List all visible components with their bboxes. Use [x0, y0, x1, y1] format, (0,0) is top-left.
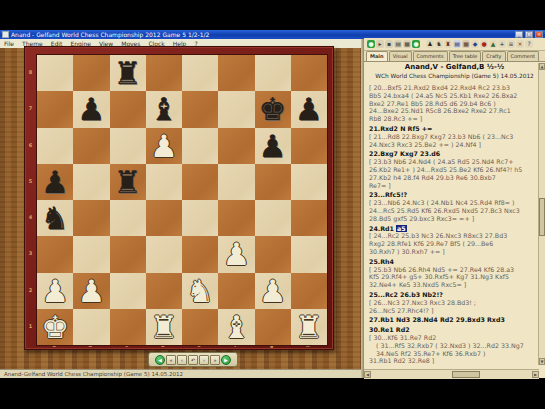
square-a2[interactable]: ♟ [37, 273, 73, 309]
square-a5[interactable]: ♟ [37, 164, 73, 200]
rank-labels: 87654321 [25, 54, 36, 344]
status-bar: Anand-Gelfand World Chess Championship (… [0, 369, 361, 378]
square-h4[interactable] [291, 200, 327, 236]
square-c2[interactable] [110, 273, 146, 309]
variation-moves[interactable]: [ 26...Nc3 27.Nxc3 Rxc3 28.Bd3! ; [369, 299, 538, 307]
square-d3[interactable] [146, 236, 182, 272]
horizontal-scroll-thumb[interactable] [452, 371, 480, 378]
square-c5[interactable]: ♜ [110, 164, 146, 200]
game-header: Anand,V - Gelfand,B ½-½ WCh World Chess … [364, 63, 545, 80]
notation-text: [ 20...Bxf5 21.Rxd2 Bxd4 22.Rxd4 Rc2 23.… [369, 84, 538, 365]
scroll-left-icon[interactable]: ◀ [364, 371, 371, 378]
square-e8[interactable] [182, 55, 218, 91]
save-game-icon[interactable]: ▪ [385, 40, 393, 48]
close-button[interactable]: × [535, 31, 543, 38]
chess-program-window: Anand - Gelfand World Chess Championship… [0, 0, 545, 409]
square-e4[interactable] [182, 200, 218, 236]
menu-item-file[interactable]: File [0, 40, 18, 48]
square-g6[interactable]: ♟ [255, 128, 291, 164]
square-d8[interactable] [146, 55, 182, 91]
square-f2[interactable] [218, 273, 254, 309]
square-f6[interactable] [218, 128, 254, 164]
variation-moves[interactable]: [ 24...Rc2 25.b3 Nc3 26.Nxc3 R8xc3 27.Bd… [369, 232, 538, 240]
square-a1[interactable]: ♚ [37, 309, 73, 345]
current-move-highlight[interactable]: a5 [396, 225, 407, 232]
square-a4[interactable]: ♞ [37, 200, 73, 236]
nav-back-button[interactable]: ‹ [177, 355, 187, 365]
variation-moves[interactable]: Kf5 29.Rf4+ g5+ 30.Rxf5+ Kg7 31.Ng3 Kxf5 [369, 273, 538, 281]
variation-moves[interactable]: 31.Rb1 Rd2 32.Re8 ] [369, 357, 538, 365]
square-d4[interactable] [146, 200, 182, 236]
variation-moves[interactable]: 30.Rxh7 ) 30.Rxh7 += ] [369, 248, 538, 256]
add-variation-icon[interactable]: + [498, 40, 506, 48]
copy-icon[interactable]: ▦ [403, 40, 411, 48]
square-a6[interactable] [37, 128, 73, 164]
board-pane: 87654321 abcdefgh ♜♟♝♚♟♟♟♟♜♞♟♟♟♞♟♚♜♝♜ ◀«… [0, 48, 361, 378]
application-window: Anand - Gelfand World Chess Championship… [0, 30, 545, 378]
variation-moves[interactable]: [ 21...Rd8 22.Bxg7 Kxg7 23.b3 Nb6 ( 23..… [369, 133, 538, 141]
square-f8[interactable] [218, 55, 254, 91]
square-d6[interactable]: ♟ [146, 128, 182, 164]
engine-icon[interactable]: ◆ [471, 40, 479, 48]
variation-moves[interactable]: 24...Bxe2 25.Nd1 R5c8 26.Bxe2 Rxe2 27.Rc… [369, 107, 538, 115]
square-g8[interactable] [255, 55, 291, 91]
square-h5[interactable] [291, 164, 327, 200]
open-game-icon[interactable]: ▸ [376, 40, 384, 48]
mainline-moves[interactable]: 27.Rb1 Nd3 28.Nd4 Rd2 29.Bxd3 Rxd3 [369, 316, 538, 324]
square-g7[interactable]: ♚ [255, 91, 291, 127]
print-icon[interactable]: ▤ [394, 40, 402, 48]
variation-moves[interactable]: 32.Ne4+ Ke5 33.Nxd5 Rxc5= ] [369, 281, 538, 289]
square-h3[interactable] [291, 236, 327, 272]
variation-moves[interactable]: 34.Ne5 Rf2 35.Re7+ Kf6 36.Rxb7 ) [369, 350, 538, 358]
mainline-moves[interactable]: 24.Rd1 a5 [369, 225, 538, 233]
variation-moves[interactable]: 24.Nxc3 Rxc3 25.Be2 += ) 24.Nf4 ] [369, 141, 538, 149]
lines-icon[interactable]: ≡ [507, 40, 515, 48]
nav-first-move-button[interactable]: « [166, 355, 176, 365]
scroll-down-icon[interactable]: ▼ [539, 358, 545, 365]
square-e6[interactable] [182, 128, 218, 164]
variation-moves[interactable]: 28.Bd5 gxf5 29.bxc3 Rxc3= =+ ] [369, 215, 538, 223]
white-bishop[interactable]: ♝ [222, 309, 250, 345]
square-c6[interactable] [110, 128, 146, 164]
notation-pane: ●▸▪▤▦●♟♞♜▤▦◆●▲+≡×? MainVisualCommentsTre… [364, 38, 545, 378]
square-b8[interactable] [73, 55, 109, 91]
mainline-moves[interactable]: 25.Rh4 [369, 258, 538, 266]
move-navigation-bar: ◀«‹↶›»▶ [148, 352, 238, 367]
square-h1[interactable]: ♜ [291, 309, 327, 345]
nav-takeback-green-button[interactable]: ◀ [155, 355, 165, 365]
square-h2[interactable] [291, 273, 327, 309]
letterbox-bottom [0, 378, 545, 409]
square-c1[interactable] [110, 309, 146, 345]
square-e1[interactable] [182, 309, 218, 345]
variation-moves[interactable]: Bxe2 27.Re1 Bb5 28.Rd5 d6 29.b4 Bc6 ) [369, 100, 538, 108]
game-event-date: WCh World Chess Championship (Game 5) 14… [364, 72, 545, 80]
rank-label-3: 3 [25, 235, 36, 271]
mainline-moves[interactable]: 22.Bxg7 Kxg7 23.d6 [369, 150, 538, 158]
rank-label-7: 7 [25, 90, 36, 126]
board-frame: 87654321 abcdefgh ♜♟♝♚♟♟♟♟♜♞♟♟♟♞♟♚♜♝♜ [24, 46, 334, 350]
refresh-icon[interactable]: ● [412, 40, 420, 48]
black-knight[interactable]: ♞ [41, 200, 69, 236]
variation-moves[interactable]: [ 23...Nb6 24.Nc3 ( 24.Nb1 Nc4 25.Rd4 Rf… [369, 199, 538, 207]
square-f7[interactable] [218, 91, 254, 127]
black-pawn[interactable]: ♟ [41, 164, 69, 200]
variation-moves[interactable]: Re7= ] [369, 182, 538, 190]
rank-label-4: 4 [25, 199, 36, 235]
square-b3[interactable] [73, 236, 109, 272]
chess-board[interactable]: ♜♟♝♚♟♟♟♟♜♞♟♟♟♞♟♚♜♝♜ [36, 54, 328, 346]
variation-moves[interactable]: [ 23.b3 Nb6 24.Nd4 ( 24.a5 Rd5 25.Nd4 Rc… [369, 158, 538, 166]
square-b2[interactable]: ♟ [73, 273, 109, 309]
rank-label-6: 6 [25, 127, 36, 163]
rank-label-1: 1 [25, 308, 36, 344]
square-e7[interactable] [182, 91, 218, 127]
white-pawn[interactable]: ♟ [259, 273, 287, 309]
letterbox-top [0, 0, 545, 30]
tab-tree-table[interactable]: Tree table [449, 51, 482, 61]
variation-moves[interactable]: [ 25.b3 Nb6 26.Rh4 Nd5 += 27.Re4 Kf6 28.… [369, 266, 538, 274]
white-pawn[interactable]: ♟ [222, 236, 250, 272]
tab-comments[interactable]: Comments [413, 51, 448, 61]
square-a8[interactable] [37, 55, 73, 91]
square-f3[interactable]: ♟ [218, 236, 254, 272]
tab-comment[interactable]: Comment [507, 51, 540, 61]
square-b5[interactable] [73, 164, 109, 200]
new-board-icon[interactable]: ● [367, 40, 375, 48]
square-d5[interactable] [146, 164, 182, 200]
variation-moves[interactable]: Rxg2 28.Rfe1 Kf6 29.Re7 Bf5 ( 29...Be6 [369, 240, 538, 248]
square-g1[interactable] [255, 309, 291, 345]
help-icon[interactable]: ? [525, 40, 533, 48]
panel-toolbar: ●▸▪▤▦●♟♞♜▤▦◆●▲+≡×? [364, 38, 545, 51]
delete-icon[interactable]: × [516, 40, 524, 48]
variation-moves[interactable]: ( 31...Rf5 32.Rxb7 ( 32.Nxd3 ) 32...Rd2 … [369, 342, 538, 350]
square-g5[interactable] [255, 164, 291, 200]
square-f5[interactable] [218, 164, 254, 200]
square-b4[interactable] [73, 200, 109, 236]
white-pawn[interactable]: ♟ [41, 273, 69, 309]
variation-moves[interactable]: [ 20...Bxf5 21.Rxd2 Bxd4 22.Rxd4 Rc2 23.… [369, 84, 538, 92]
white-king[interactable]: ♚ [41, 309, 69, 345]
vertical-scrollbar[interactable]: ▲ ▼ [538, 63, 545, 365]
knight-analysis-icon[interactable]: ♞ [435, 40, 443, 48]
notation-list-icon[interactable]: ▤ [453, 40, 461, 48]
black-rook[interactable]: ♜ [114, 55, 142, 91]
square-a3[interactable] [37, 236, 73, 272]
tab-crafty[interactable]: Crafty [482, 51, 505, 61]
square-h7[interactable]: ♟ [291, 91, 327, 127]
black-pawn[interactable]: ♟ [295, 91, 323, 127]
black-pawn[interactable]: ♟ [259, 128, 287, 164]
black-bishop[interactable]: ♝ [150, 91, 178, 127]
minimize-button[interactable]: _ [515, 31, 523, 38]
square-a7[interactable] [37, 91, 73, 127]
variation-moves[interactable]: 26...Nc5 27.Rhc4!? ] [369, 307, 538, 315]
mainline-moves[interactable]: 23...Rfc5!? [369, 191, 538, 199]
variation-moves[interactable]: 27.Kb2 h4 28.f4 Rd4 29.b3 Re6 30.Bxb7 [369, 174, 538, 182]
variation-moves[interactable]: [ 30...Kf6 31.Re7 Rd2 [369, 334, 538, 342]
black-pawn[interactable]: ♟ [77, 91, 105, 127]
nav-forward-button[interactable]: › [199, 355, 209, 365]
square-b6[interactable] [73, 128, 109, 164]
variation-moves[interactable]: 26.Kb2 Re1+ ) 24...Rxd5 25.Be2 Kf6 26.Nf… [369, 166, 538, 174]
rank-label-5: 5 [25, 163, 36, 199]
maximize-button[interactable]: □ [525, 31, 533, 38]
panel-tabs: MainVisualCommentsTree tableCraftyCommen… [364, 51, 545, 62]
app-icon [2, 31, 9, 38]
square-e5[interactable] [182, 164, 218, 200]
scroll-up-icon[interactable]: ▲ [539, 63, 545, 70]
rank-label-8: 8 [25, 54, 36, 90]
black-king[interactable]: ♚ [259, 91, 287, 127]
square-c7[interactable] [110, 91, 146, 127]
horizontal-scrollbar[interactable]: ◀ ▶ [364, 369, 539, 379]
mainline-moves[interactable]: 21.Rxd2 N Rf5 += [369, 125, 538, 133]
game-players-result: Anand,V - Gelfand,B ½-½ [364, 63, 545, 72]
square-c3[interactable] [110, 236, 146, 272]
variation-moves[interactable]: 24...Rc5 25.Rd5 Kf6 26.Rxd5 Nxd5 27.Bc3 … [369, 207, 538, 215]
piece-setup-icon[interactable]: ♟ [426, 40, 434, 48]
square-b1[interactable] [73, 309, 109, 345]
square-h8[interactable] [291, 55, 327, 91]
variation-moves[interactable]: Rb8 28.Rc3 += ] [369, 115, 538, 123]
tab-visual[interactable]: Visual [389, 51, 412, 61]
black-rook[interactable]: ♜ [114, 164, 142, 200]
mainline-moves[interactable]: 30.Re1 Rd2 [369, 326, 538, 334]
square-f4[interactable] [218, 200, 254, 236]
nav-autoplay-green-button[interactable]: ▶ [221, 355, 231, 365]
record-icon[interactable]: ● [480, 40, 488, 48]
white-knight[interactable]: ♞ [186, 273, 214, 309]
square-d7[interactable]: ♝ [146, 91, 182, 127]
square-f1[interactable]: ♝ [218, 309, 254, 345]
square-g2[interactable]: ♟ [255, 273, 291, 309]
square-e3[interactable] [182, 236, 218, 272]
mainline-moves[interactable]: 25...Rc2 26.b3 Nb2!? [369, 291, 538, 299]
rank-label-2: 2 [25, 272, 36, 308]
square-h6[interactable] [291, 128, 327, 164]
nav-unplay-button[interactable]: ↶ [188, 355, 198, 365]
square-e2[interactable]: ♞ [182, 273, 218, 309]
nav-last-move-button[interactable]: » [210, 355, 220, 365]
vertical-scroll-thumb[interactable] [539, 198, 545, 236]
rook-endgame-icon[interactable]: ♜ [444, 40, 452, 48]
white-rook[interactable]: ♜ [295, 309, 323, 345]
board-window-icon[interactable]: ▦ [462, 40, 470, 48]
white-rook[interactable]: ♜ [150, 309, 178, 345]
square-c8[interactable]: ♜ [110, 55, 146, 91]
square-b7[interactable]: ♟ [73, 91, 109, 127]
white-pawn[interactable]: ♟ [150, 128, 178, 164]
variation-moves[interactable]: Bb5 24.bxa4 ( 24.a5 Nc5 25.Kb1 Rxe2 26.B… [369, 92, 538, 100]
square-d1[interactable]: ♜ [146, 309, 182, 345]
scroll-right-icon[interactable]: ▶ [532, 371, 539, 378]
tab-main[interactable]: Main [366, 51, 388, 61]
square-d2[interactable] [146, 273, 182, 309]
white-pawn[interactable]: ♟ [77, 273, 105, 309]
square-g3[interactable] [255, 236, 291, 272]
square-g4[interactable] [255, 200, 291, 236]
square-c4[interactable] [110, 200, 146, 236]
flip-board-icon[interactable]: ▲ [489, 40, 497, 48]
